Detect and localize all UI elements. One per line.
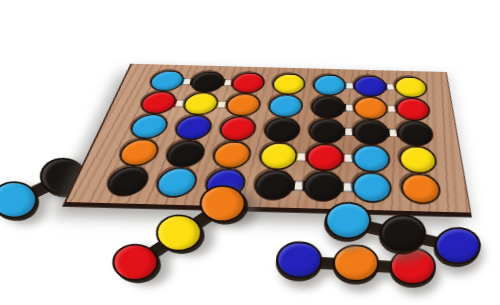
red-disc[interactable] [305, 143, 344, 171]
board-cell [167, 115, 219, 141]
cyan-disc[interactable] [126, 114, 171, 140]
board-cell [267, 73, 311, 95]
cyan-disc[interactable] [312, 74, 346, 96]
black-disc[interactable] [188, 71, 227, 93]
red-disc[interactable] [229, 72, 266, 94]
board-grid [66, 64, 470, 213]
cyan-disc[interactable] [352, 172, 392, 203]
board-cell [303, 118, 349, 144]
board-piece-yellow-orange[interactable] [394, 145, 447, 204]
black-disc[interactable] [252, 169, 296, 200]
navy-disc[interactable] [275, 240, 324, 279]
board-cell [219, 93, 267, 117]
board-cell [147, 167, 205, 198]
board-cell [396, 173, 448, 205]
red-disc[interactable] [137, 91, 180, 115]
board-cell [390, 76, 433, 98]
puzzle-board [62, 0, 500, 217]
navy-disc[interactable] [354, 75, 387, 97]
black-disc[interactable] [302, 171, 343, 202]
cyan-disc[interactable] [152, 167, 200, 198]
board-cell [349, 119, 394, 145]
orange-disc[interactable] [353, 96, 388, 120]
black-disc[interactable] [308, 118, 345, 144]
board-cell [297, 171, 348, 203]
board-piece-black-black-cyan[interactable] [247, 169, 397, 203]
cyan-disc[interactable] [146, 70, 187, 92]
board-cell [205, 141, 258, 170]
red-disc[interactable] [395, 97, 431, 121]
orange-disc[interactable] [115, 138, 163, 166]
cyan-disc[interactable] [353, 144, 391, 173]
board-cell [300, 143, 348, 172]
board-cell [349, 96, 392, 120]
board-cell [350, 75, 391, 97]
orange-disc[interactable] [210, 141, 254, 169]
board-cell [158, 140, 213, 169]
board-cell [176, 92, 225, 116]
board-cell [253, 142, 303, 171]
black-disc[interactable] [310, 95, 346, 119]
stage [0, 0, 500, 305]
board-cell [184, 71, 231, 93]
orange-disc[interactable] [331, 243, 380, 282]
wooden-tray [62, 64, 472, 218]
board-cell [225, 72, 270, 94]
orange-disc[interactable] [400, 173, 442, 204]
navy-disc[interactable] [429, 223, 486, 269]
board-cell [392, 120, 439, 146]
black-disc[interactable] [397, 120, 435, 146]
board-cell [262, 94, 308, 118]
board-cell [258, 117, 306, 143]
yellow-disc[interactable] [394, 76, 429, 98]
board-cell [394, 145, 443, 174]
board-cell [247, 169, 300, 201]
board-cell [308, 74, 350, 96]
red-disc[interactable] [217, 116, 258, 142]
black-disc[interactable] [353, 119, 389, 145]
yellow-disc[interactable] [271, 73, 307, 95]
board-piece-yellow-red-cyan[interactable] [253, 142, 396, 173]
board-piece-red-yellow-orange[interactable] [132, 91, 266, 117]
black-disc[interactable] [162, 140, 208, 168]
yellow-disc[interactable] [257, 142, 298, 170]
board-piece-black-orange-red[interactable] [306, 95, 436, 121]
board-cell [306, 95, 350, 119]
cyan-disc[interactable] [267, 94, 304, 118]
orange-disc[interactable] [223, 93, 262, 117]
board-cell [391, 97, 436, 121]
board-cell [347, 172, 397, 204]
yellow-disc[interactable] [180, 92, 221, 116]
black-disc[interactable] [102, 166, 153, 197]
board-piece-black-black-black[interactable] [303, 118, 439, 147]
board-cell [212, 116, 262, 142]
yellow-disc[interactable] [398, 146, 438, 175]
navy-disc[interactable] [172, 115, 215, 141]
board-cell [348, 144, 396, 173]
black-disc[interactable] [262, 117, 301, 143]
